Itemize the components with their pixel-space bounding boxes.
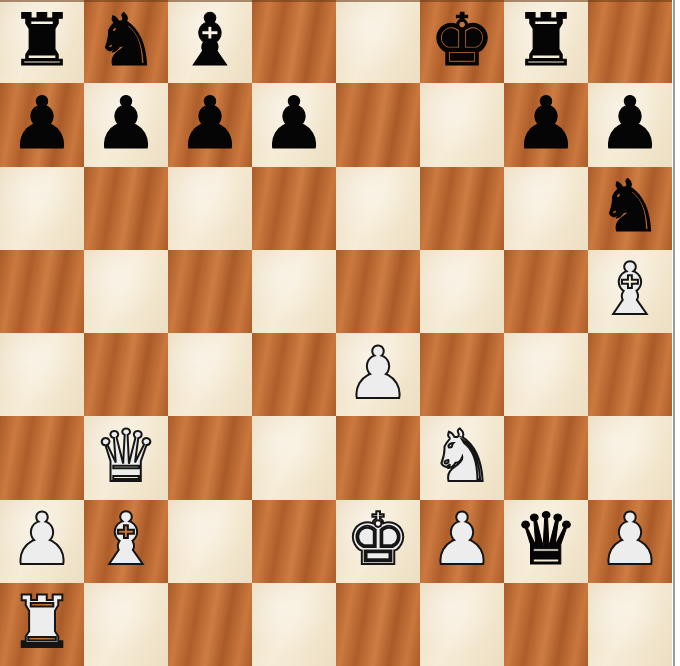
- square-c6[interactable]: [168, 167, 252, 250]
- square-d8[interactable]: [252, 0, 336, 83]
- piece-white-pawn[interactable]: ♟: [598, 503, 663, 575]
- square-e1[interactable]: [336, 583, 420, 666]
- square-c2[interactable]: [168, 500, 252, 583]
- piece-black-queen[interactable]: ♛: [514, 503, 579, 575]
- square-e8[interactable]: [336, 0, 420, 83]
- square-f8[interactable]: ♚: [420, 0, 504, 83]
- chess-diagram: ♜♞♝♚♜♟♟♟♟♟♟♞♝♟♛♞♟♝♚♟♛♟♜: [0, 0, 680, 666]
- square-h3[interactable]: [588, 416, 672, 499]
- piece-black-knight[interactable]: ♞: [598, 170, 663, 242]
- square-c3[interactable]: [168, 416, 252, 499]
- piece-black-pawn[interactable]: ♟: [94, 87, 159, 159]
- square-e3[interactable]: [336, 416, 420, 499]
- square-b4[interactable]: [84, 333, 168, 416]
- square-g5[interactable]: [504, 250, 588, 333]
- square-f5[interactable]: [420, 250, 504, 333]
- square-d7[interactable]: ♟: [252, 83, 336, 166]
- square-b3[interactable]: ♛: [84, 416, 168, 499]
- square-g8[interactable]: ♜: [504, 0, 588, 83]
- square-e6[interactable]: [336, 167, 420, 250]
- piece-black-pawn[interactable]: ♟: [262, 87, 327, 159]
- square-f6[interactable]: [420, 167, 504, 250]
- piece-black-king[interactable]: ♚: [430, 4, 495, 76]
- square-g2[interactable]: ♛: [504, 500, 588, 583]
- square-b7[interactable]: ♟: [84, 83, 168, 166]
- square-a4[interactable]: [0, 333, 84, 416]
- square-h4[interactable]: [588, 333, 672, 416]
- piece-black-rook[interactable]: ♜: [10, 4, 75, 76]
- square-b2[interactable]: ♝: [84, 500, 168, 583]
- square-e5[interactable]: [336, 250, 420, 333]
- square-c8[interactable]: ♝: [168, 0, 252, 83]
- square-f7[interactable]: [420, 83, 504, 166]
- piece-white-pawn[interactable]: ♟: [346, 337, 411, 409]
- piece-black-knight[interactable]: ♞: [94, 4, 159, 76]
- piece-black-rook[interactable]: ♜: [514, 4, 579, 76]
- piece-white-knight[interactable]: ♞: [430, 420, 495, 492]
- square-g4[interactable]: [504, 333, 588, 416]
- square-h8[interactable]: [588, 0, 672, 83]
- piece-black-pawn[interactable]: ♟: [598, 87, 663, 159]
- square-a7[interactable]: ♟: [0, 83, 84, 166]
- square-h6[interactable]: ♞: [588, 167, 672, 250]
- piece-white-pawn[interactable]: ♟: [10, 503, 75, 575]
- piece-black-pawn[interactable]: ♟: [514, 87, 579, 159]
- piece-black-pawn[interactable]: ♟: [178, 87, 243, 159]
- square-c5[interactable]: [168, 250, 252, 333]
- piece-black-bishop[interactable]: ♝: [178, 4, 243, 76]
- square-a1[interactable]: ♜: [0, 583, 84, 666]
- square-b6[interactable]: [84, 167, 168, 250]
- square-f2[interactable]: ♟: [420, 500, 504, 583]
- square-f4[interactable]: [420, 333, 504, 416]
- square-a3[interactable]: [0, 416, 84, 499]
- square-b8[interactable]: ♞: [84, 0, 168, 83]
- square-g7[interactable]: ♟: [504, 83, 588, 166]
- piece-white-queen[interactable]: ♛: [94, 420, 159, 492]
- piece-white-king[interactable]: ♚: [346, 503, 411, 575]
- square-d3[interactable]: [252, 416, 336, 499]
- piece-white-bishop[interactable]: ♝: [94, 503, 159, 575]
- piece-white-bishop[interactable]: ♝: [598, 253, 663, 325]
- square-b1[interactable]: [84, 583, 168, 666]
- square-a6[interactable]: [0, 167, 84, 250]
- square-c4[interactable]: [168, 333, 252, 416]
- board-right-edge-rule: [673, 0, 680, 666]
- square-d5[interactable]: [252, 250, 336, 333]
- piece-white-rook[interactable]: ♜: [10, 586, 75, 658]
- square-h7[interactable]: ♟: [588, 83, 672, 166]
- square-c7[interactable]: ♟: [168, 83, 252, 166]
- square-d1[interactable]: [252, 583, 336, 666]
- square-g1[interactable]: [504, 583, 588, 666]
- square-d4[interactable]: [252, 333, 336, 416]
- square-h5[interactable]: ♝: [588, 250, 672, 333]
- square-a5[interactable]: [0, 250, 84, 333]
- square-b5[interactable]: [84, 250, 168, 333]
- square-e7[interactable]: [336, 83, 420, 166]
- square-c1[interactable]: [168, 583, 252, 666]
- chess-board: ♜♞♝♚♜♟♟♟♟♟♟♞♝♟♛♞♟♝♚♟♛♟♜: [0, 0, 672, 666]
- square-f1[interactable]: [420, 583, 504, 666]
- square-e4[interactable]: ♟: [336, 333, 420, 416]
- square-a2[interactable]: ♟: [0, 500, 84, 583]
- square-d6[interactable]: [252, 167, 336, 250]
- square-e2[interactable]: ♚: [336, 500, 420, 583]
- square-h1[interactable]: [588, 583, 672, 666]
- square-d2[interactable]: [252, 500, 336, 583]
- piece-black-pawn[interactable]: ♟: [10, 87, 75, 159]
- piece-white-pawn[interactable]: ♟: [430, 503, 495, 575]
- square-f3[interactable]: ♞: [420, 416, 504, 499]
- square-h2[interactable]: ♟: [588, 500, 672, 583]
- square-a8[interactable]: ♜: [0, 0, 84, 83]
- square-g3[interactable]: [504, 416, 588, 499]
- square-g6[interactable]: [504, 167, 588, 250]
